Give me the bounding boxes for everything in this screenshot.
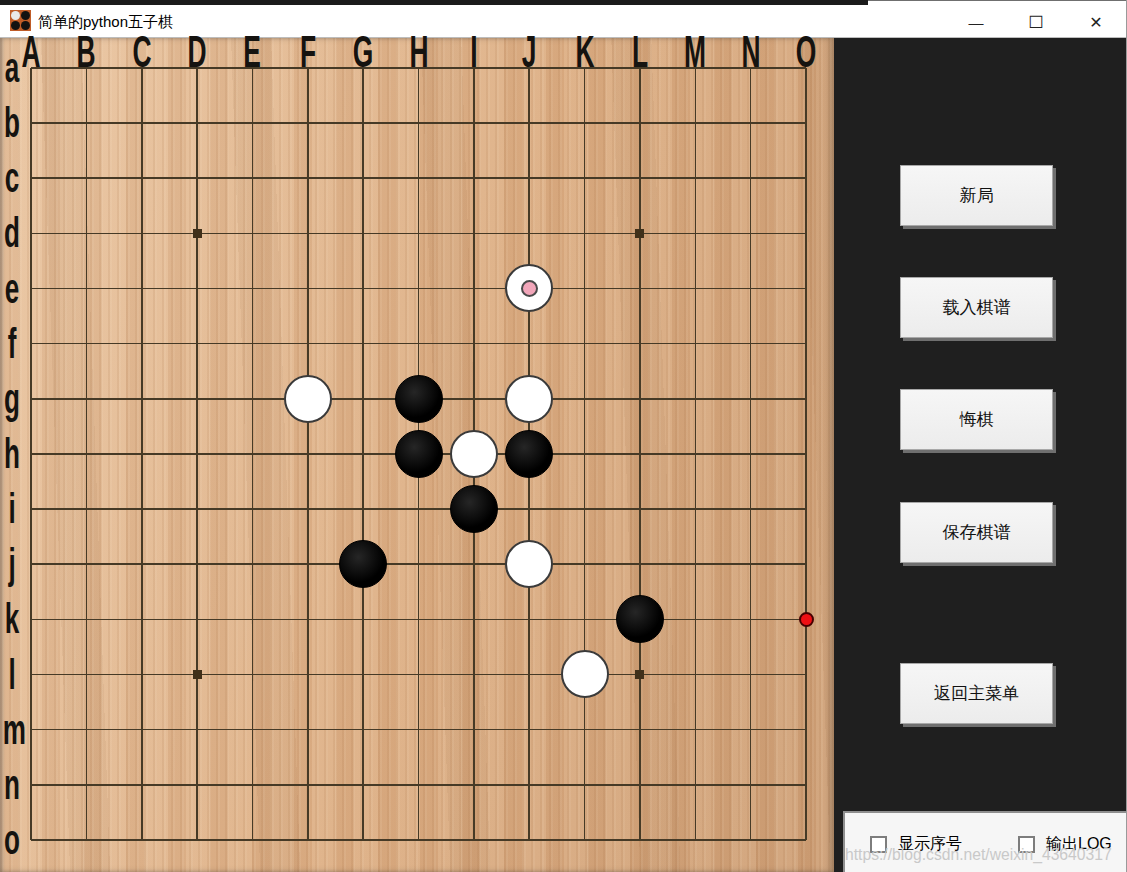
board-intersection[interactable]: [557, 757, 612, 812]
board-intersection[interactable]: [391, 812, 446, 867]
board-intersection[interactable]: [723, 316, 778, 371]
board-intersection[interactable]: [612, 96, 667, 151]
board-intersection[interactable]: [502, 592, 557, 647]
board-intersection[interactable]: [169, 96, 224, 151]
board-intersection[interactable]: [169, 592, 224, 647]
board-intersection[interactable]: [280, 647, 335, 702]
minimize-icon: —: [969, 14, 984, 31]
board-intersection[interactable]: [280, 702, 335, 757]
board-intersection[interactable]: [723, 481, 778, 536]
board-intersection[interactable]: [280, 812, 335, 867]
board-intersection[interactable]: [668, 371, 723, 426]
icon-black-stone: [11, 21, 20, 30]
board-intersection[interactable]: [446, 371, 501, 426]
board-intersection[interactable]: [668, 702, 723, 757]
maximize-button[interactable]: ☐: [1006, 6, 1066, 38]
last-move-marker: [521, 280, 538, 297]
board-intersection[interactable]: [391, 316, 446, 371]
board-intersection[interactable]: [723, 592, 778, 647]
white-stone: [561, 650, 609, 698]
board-intersection[interactable]: [59, 206, 114, 261]
board-intersection[interactable]: [114, 151, 169, 206]
board-intersection[interactable]: [668, 206, 723, 261]
board-intersection[interactable]: [169, 40, 224, 95]
board-intersection[interactable]: [723, 96, 778, 151]
board-intersection[interactable]: [502, 206, 557, 261]
board-intersection[interactable]: [668, 481, 723, 536]
board-intersection[interactable]: [612, 702, 667, 757]
new-game-button[interactable]: 新局: [900, 165, 1053, 226]
board-intersection[interactable]: [280, 371, 335, 426]
board-intersection[interactable]: [280, 151, 335, 206]
board-intersection[interactable]: [3, 812, 58, 867]
stone-grid: [3, 40, 833, 867]
board-intersection[interactable]: [612, 426, 667, 481]
board-intersection[interactable]: [502, 481, 557, 536]
board-intersection[interactable]: [169, 206, 224, 261]
board-intersection[interactable]: [280, 426, 335, 481]
board-intersection[interactable]: [391, 40, 446, 95]
board-intersection[interactable]: [225, 96, 280, 151]
board-intersection[interactable]: [335, 481, 390, 536]
board-intersection[interactable]: [723, 40, 778, 95]
board-intersection[interactable]: [280, 96, 335, 151]
board-intersection[interactable]: [169, 371, 224, 426]
board-intersection[interactable]: [169, 481, 224, 536]
board-intersection[interactable]: [3, 481, 58, 536]
board-intersection[interactable]: [557, 812, 612, 867]
board-intersection[interactable]: [723, 261, 778, 316]
board-intersection[interactable]: [391, 206, 446, 261]
board-intersection[interactable]: [778, 647, 833, 702]
close-button[interactable]: ✕: [1066, 6, 1126, 38]
board-intersection[interactable]: [502, 647, 557, 702]
board-intersection[interactable]: [59, 481, 114, 536]
board-intersection[interactable]: [557, 426, 612, 481]
board-intersection[interactable]: [612, 261, 667, 316]
board-intersection[interactable]: [502, 371, 557, 426]
board-intersection[interactable]: [335, 96, 390, 151]
board-intersection[interactable]: [391, 426, 446, 481]
board-intersection[interactable]: [446, 261, 501, 316]
board-intersection[interactable]: [3, 206, 58, 261]
board-intersection[interactable]: [114, 261, 169, 316]
board-intersection[interactable]: [169, 426, 224, 481]
board-intersection[interactable]: [612, 151, 667, 206]
board-intersection[interactable]: [114, 426, 169, 481]
board-intersection[interactable]: [3, 702, 58, 757]
board-intersection[interactable]: [225, 537, 280, 592]
board-intersection[interactable]: [557, 40, 612, 95]
board-intersection[interactable]: [3, 316, 58, 371]
board-intersection[interactable]: [335, 261, 390, 316]
board-intersection[interactable]: [391, 481, 446, 536]
black-stone: [505, 430, 553, 478]
board-intersection[interactable]: [59, 371, 114, 426]
board-intersection[interactable]: [391, 261, 446, 316]
black-stone: [395, 430, 443, 478]
board-intersection[interactable]: [225, 151, 280, 206]
board-intersection[interactable]: [668, 426, 723, 481]
black-stone: [339, 540, 387, 588]
save-record-button[interactable]: 保存棋谱: [900, 502, 1053, 563]
board-intersection[interactable]: [280, 316, 335, 371]
board-intersection[interactable]: [59, 812, 114, 867]
board-intersection[interactable]: [557, 647, 612, 702]
board-intersection[interactable]: [557, 481, 612, 536]
board-intersection[interactable]: [225, 647, 280, 702]
board-intersection[interactable]: [612, 40, 667, 95]
title-bar: 简单的python五子棋 — ☐ ✕: [0, 0, 1127, 38]
board-intersection[interactable]: [3, 371, 58, 426]
board-intersection[interactable]: [778, 40, 833, 95]
board-intersection[interactable]: [502, 426, 557, 481]
board-intersection[interactable]: [778, 371, 833, 426]
board-intersection[interactable]: [59, 151, 114, 206]
board-intersection[interactable]: [335, 592, 390, 647]
board-intersection[interactable]: [502, 40, 557, 95]
board-intersection[interactable]: [502, 316, 557, 371]
board-intersection[interactable]: [557, 261, 612, 316]
white-stone: [505, 264, 553, 312]
board-intersection[interactable]: [502, 261, 557, 316]
board-intersection[interactable]: [612, 371, 667, 426]
board-intersection[interactable]: [114, 206, 169, 261]
board-intersection[interactable]: [391, 537, 446, 592]
black-stone: [616, 595, 664, 643]
board-intersection[interactable]: [668, 592, 723, 647]
board-intersection[interactable]: [778, 537, 833, 592]
board-intersection[interactable]: [502, 537, 557, 592]
board-intersection[interactable]: [668, 40, 723, 95]
board-intersection[interactable]: [59, 592, 114, 647]
board-intersection[interactable]: [612, 481, 667, 536]
app-window: 简单的python五子棋 — ☐ ✕ ABCDEFGHIJKLMNOabcdef…: [0, 0, 1127, 872]
board-intersection[interactable]: [612, 537, 667, 592]
black-stone: [395, 375, 443, 423]
board-intersection[interactable]: [502, 812, 557, 867]
board-intersection[interactable]: [59, 647, 114, 702]
board-intersection[interactable]: [3, 592, 58, 647]
board-intersection[interactable]: [668, 812, 723, 867]
board-intersection[interactable]: [778, 592, 833, 647]
board-intersection[interactable]: [225, 702, 280, 757]
top-edge-strip: [0, 0, 868, 5]
board-intersection[interactable]: [668, 316, 723, 371]
board-intersection[interactable]: [502, 702, 557, 757]
board-intersection[interactable]: [778, 702, 833, 757]
board-intersection[interactable]: [169, 151, 224, 206]
board-intersection[interactable]: [169, 537, 224, 592]
board-intersection[interactable]: [335, 647, 390, 702]
board-intersection[interactable]: [3, 261, 58, 316]
board-intersection[interactable]: [446, 592, 501, 647]
board-intersection[interactable]: [612, 647, 667, 702]
board-intersection[interactable]: [225, 426, 280, 481]
board-intersection[interactable]: [59, 537, 114, 592]
board-intersection[interactable]: [612, 757, 667, 812]
board-intersection[interactable]: [3, 151, 58, 206]
maximize-icon: ☐: [1028, 12, 1043, 33]
board-intersection[interactable]: [335, 757, 390, 812]
board-intersection[interactable]: [557, 151, 612, 206]
board-intersection[interactable]: [502, 96, 557, 151]
board-intersection[interactable]: [225, 206, 280, 261]
board-intersection[interactable]: [59, 40, 114, 95]
board-intersection[interactable]: [446, 537, 501, 592]
board-intersection[interactable]: [3, 647, 58, 702]
board-intersection[interactable]: [557, 206, 612, 261]
board-intersection[interactable]: [114, 702, 169, 757]
board-intersection[interactable]: [225, 261, 280, 316]
board-intersection[interactable]: [391, 371, 446, 426]
board-intersection[interactable]: [612, 812, 667, 867]
minimize-button[interactable]: —: [946, 6, 1006, 38]
board-intersection[interactable]: [723, 647, 778, 702]
board-intersection[interactable]: [668, 151, 723, 206]
black-stone: [450, 485, 498, 533]
board-intersection[interactable]: [169, 702, 224, 757]
board-intersection[interactable]: [668, 96, 723, 151]
board-intersection[interactable]: [335, 316, 390, 371]
watermark-text: https://blog.csdn.net/weixin_43640317: [845, 845, 1113, 864]
board-intersection[interactable]: [169, 757, 224, 812]
board-intersection[interactable]: [225, 592, 280, 647]
board-intersection[interactable]: [225, 757, 280, 812]
board-intersection[interactable]: [557, 537, 612, 592]
board-intersection[interactable]: [723, 812, 778, 867]
board-intersection[interactable]: [114, 316, 169, 371]
board-intersection[interactable]: [280, 261, 335, 316]
board-intersection[interactable]: [446, 812, 501, 867]
board-intersection[interactable]: [335, 426, 390, 481]
white-stone: [284, 375, 332, 423]
undo-button[interactable]: 悔棋: [900, 389, 1053, 450]
board-intersection[interactable]: [335, 371, 390, 426]
board-intersection[interactable]: [557, 702, 612, 757]
board-intersection[interactable]: [391, 702, 446, 757]
window-title: 简单的python五子棋: [38, 1, 173, 39]
board-intersection[interactable]: [280, 757, 335, 812]
board-intersection[interactable]: [668, 647, 723, 702]
board-intersection[interactable]: [59, 702, 114, 757]
board-intersection[interactable]: [114, 40, 169, 95]
red-marker-dot: [799, 612, 814, 627]
board-intersection[interactable]: [391, 96, 446, 151]
board-intersection[interactable]: [778, 96, 833, 151]
board-intersection[interactable]: [169, 316, 224, 371]
board-intersection[interactable]: [114, 96, 169, 151]
white-stone: [450, 430, 498, 478]
board-intersection[interactable]: [778, 426, 833, 481]
board-intersection[interactable]: [114, 371, 169, 426]
board-intersection[interactable]: [59, 316, 114, 371]
board-intersection[interactable]: [778, 316, 833, 371]
board-intersection[interactable]: [612, 316, 667, 371]
board-intersection[interactable]: [225, 40, 280, 95]
board-intersection[interactable]: [723, 702, 778, 757]
board-intersection[interactable]: [502, 151, 557, 206]
board-intersection[interactable]: [225, 481, 280, 536]
board-intersection[interactable]: [446, 426, 501, 481]
board-intersection[interactable]: [280, 537, 335, 592]
board-intersection[interactable]: [557, 592, 612, 647]
board-intersection[interactable]: [446, 206, 501, 261]
icon-white-stone: [11, 11, 20, 20]
board-intersection[interactable]: [723, 206, 778, 261]
board-intersection[interactable]: [668, 757, 723, 812]
white-stone: [505, 540, 553, 588]
white-stone: [505, 375, 553, 423]
board-intersection[interactable]: [59, 96, 114, 151]
load-record-button[interactable]: 载入棋谱: [900, 277, 1053, 338]
board-intersection[interactable]: [335, 812, 390, 867]
board-intersection[interactable]: [225, 812, 280, 867]
board-intersection[interactable]: [391, 592, 446, 647]
board-intersection[interactable]: [612, 592, 667, 647]
board-intersection[interactable]: [778, 206, 833, 261]
board-intersection[interactable]: [446, 151, 501, 206]
board-intersection[interactable]: [169, 812, 224, 867]
board-intersection[interactable]: [280, 40, 335, 95]
board-intersection[interactable]: [723, 371, 778, 426]
board-intersection[interactable]: [502, 757, 557, 812]
board-intersection[interactable]: [557, 371, 612, 426]
close-icon: ✕: [1089, 13, 1102, 32]
board-intersection[interactable]: [59, 261, 114, 316]
board-intersection[interactable]: [446, 481, 501, 536]
board-intersection[interactable]: [280, 206, 335, 261]
control-panel: 新局载入棋谱悔棋保存棋谱返回主菜单: [834, 38, 1127, 872]
board-intersection[interactable]: [668, 261, 723, 316]
icon-black-stone: [21, 11, 30, 20]
board-intersection[interactable]: [391, 647, 446, 702]
gomoku-board[interactable]: ABCDEFGHIJKLMNOabcdefghijklmno: [0, 38, 834, 872]
board-intersection[interactable]: [225, 316, 280, 371]
board-intersection[interactable]: [723, 537, 778, 592]
board-intersection[interactable]: [3, 537, 58, 592]
board-intersection[interactable]: [114, 647, 169, 702]
board-intersection[interactable]: [335, 537, 390, 592]
board-intersection[interactable]: [335, 702, 390, 757]
board-intersection[interactable]: [723, 151, 778, 206]
board-intersection[interactable]: [446, 647, 501, 702]
board-intersection[interactable]: [723, 757, 778, 812]
board-intersection[interactable]: [335, 206, 390, 261]
board-intersection[interactable]: [446, 757, 501, 812]
board-intersection[interactable]: [668, 537, 723, 592]
board-intersection[interactable]: [557, 316, 612, 371]
board-intersection[interactable]: [114, 537, 169, 592]
board-intersection[interactable]: [3, 757, 58, 812]
board-intersection[interactable]: [446, 316, 501, 371]
back-to-menu-button[interactable]: 返回主菜单: [900, 663, 1053, 724]
board-intersection[interactable]: [114, 592, 169, 647]
board-intersection[interactable]: [59, 426, 114, 481]
board-intersection[interactable]: [114, 481, 169, 536]
board-intersection[interactable]: [778, 481, 833, 536]
board-intersection[interactable]: [225, 371, 280, 426]
board-intersection[interactable]: [169, 261, 224, 316]
board-intersection[interactable]: [3, 96, 58, 151]
board-intersection[interactable]: [114, 812, 169, 867]
board-intersection[interactable]: [3, 426, 58, 481]
board-intersection[interactable]: [446, 702, 501, 757]
board-intersection[interactable]: [391, 151, 446, 206]
board-intersection[interactable]: [335, 40, 390, 95]
board-intersection[interactable]: [280, 592, 335, 647]
board-intersection[interactable]: [612, 206, 667, 261]
board-intersection[interactable]: [446, 96, 501, 151]
board-intersection[interactable]: [446, 40, 501, 95]
board-intersection[interactable]: [778, 757, 833, 812]
board-intersection[interactable]: [778, 812, 833, 867]
board-intersection[interactable]: [557, 96, 612, 151]
board-intersection[interactable]: [391, 757, 446, 812]
board-intersection[interactable]: [778, 261, 833, 316]
board-intersection[interactable]: [3, 40, 58, 95]
board-intersection[interactable]: [59, 757, 114, 812]
board-intersection[interactable]: [723, 426, 778, 481]
board-intersection[interactable]: [335, 151, 390, 206]
board-intersection[interactable]: [778, 151, 833, 206]
board-intersection[interactable]: [280, 481, 335, 536]
board-intersection[interactable]: [169, 647, 224, 702]
board-intersection[interactable]: [114, 757, 169, 812]
